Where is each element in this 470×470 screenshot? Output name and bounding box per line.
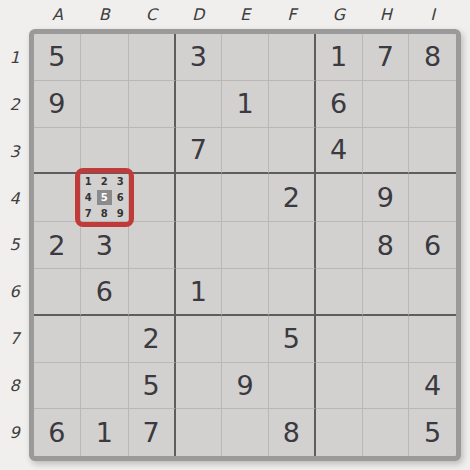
cell-D9[interactable]	[176, 409, 223, 456]
cell-C2[interactable]	[129, 81, 176, 128]
row-label-8: 8	[0, 362, 29, 409]
cell-E3[interactable]	[222, 128, 269, 175]
cell-B3[interactable]	[81, 128, 129, 175]
cell-H6[interactable]	[363, 269, 410, 316]
cell-H4[interactable]: 9	[363, 174, 410, 222]
cell-C7[interactable]: 2	[129, 316, 176, 363]
row-label-1: 1	[0, 34, 29, 81]
cell-B1[interactable]	[81, 34, 129, 81]
cell-F7[interactable]: 5	[269, 316, 316, 363]
row-labels: 123456789	[0, 34, 29, 456]
cell-F2[interactable]	[269, 81, 316, 128]
cell-F3[interactable]	[269, 128, 316, 175]
cell-D3[interactable]: 7	[176, 128, 223, 175]
cell-B7[interactable]	[81, 316, 129, 363]
sudoku-grid: 5317891674123456789292386612559461785	[34, 34, 456, 456]
cell-A6[interactable]	[34, 269, 81, 316]
cell-B6[interactable]: 6	[81, 269, 129, 316]
cell-E2[interactable]: 1	[222, 81, 269, 128]
candidate-digit-9[interactable]: 9	[113, 206, 128, 221]
cell-G9[interactable]	[316, 409, 363, 456]
cell-D8[interactable]	[176, 363, 223, 410]
cell-C1[interactable]	[129, 34, 176, 81]
row-label-4: 4	[0, 175, 29, 222]
candidate-grid: 123456789	[81, 174, 128, 221]
cell-B9[interactable]: 1	[81, 409, 129, 456]
cell-F5[interactable]	[269, 222, 316, 269]
col-label-G: G	[315, 0, 362, 29]
cell-C8[interactable]: 5	[129, 363, 176, 410]
cell-E4[interactable]	[222, 174, 269, 222]
cell-H7[interactable]	[363, 316, 410, 363]
row-label-2: 2	[0, 81, 29, 128]
cell-I5[interactable]: 6	[409, 222, 456, 269]
candidate-digit-1[interactable]: 1	[81, 174, 96, 189]
cell-G8[interactable]	[316, 363, 363, 410]
cell-I7[interactable]	[409, 316, 456, 363]
cell-A3[interactable]	[34, 128, 81, 175]
cell-B4[interactable]: 123456789	[81, 174, 129, 222]
cell-G2[interactable]: 6	[316, 81, 363, 128]
cell-I1[interactable]: 8	[409, 34, 456, 81]
cell-E7[interactable]	[222, 316, 269, 363]
cell-F4[interactable]: 2	[269, 174, 316, 222]
sudoku-app: ABCDEFGHI 123456789 53178916741234567892…	[0, 0, 470, 470]
cell-G3[interactable]: 4	[316, 128, 363, 175]
candidate-digit-8[interactable]: 8	[97, 206, 112, 221]
cell-F9[interactable]: 8	[269, 409, 316, 456]
cell-A5[interactable]: 2	[34, 222, 81, 269]
sudoku-board: 5317891674123456789292386612559461785	[29, 29, 461, 461]
candidate-digit-4[interactable]: 4	[81, 190, 96, 205]
cell-D2[interactable]	[176, 81, 223, 128]
cell-H8[interactable]	[363, 363, 410, 410]
candidate-digit-6[interactable]: 6	[113, 190, 128, 205]
cell-G4[interactable]	[316, 174, 363, 222]
col-label-F: F	[268, 0, 315, 29]
cell-C6[interactable]	[129, 269, 176, 316]
cell-E1[interactable]	[222, 34, 269, 81]
cell-C9[interactable]: 7	[129, 409, 176, 456]
cell-A2[interactable]: 9	[34, 81, 81, 128]
cell-E8[interactable]: 9	[222, 363, 269, 410]
candidate-digit-3[interactable]: 3	[113, 174, 128, 189]
cell-H3[interactable]	[363, 128, 410, 175]
candidate-digit-2[interactable]: 2	[97, 174, 112, 189]
cell-G1[interactable]: 1	[316, 34, 363, 81]
cell-E6[interactable]	[222, 269, 269, 316]
cell-F1[interactable]	[269, 34, 316, 81]
cell-C5[interactable]	[129, 222, 176, 269]
cell-I6[interactable]	[409, 269, 456, 316]
candidate-digit-7[interactable]: 7	[81, 206, 96, 221]
cell-D7[interactable]	[176, 316, 223, 363]
row-label-6: 6	[0, 268, 29, 315]
cell-A8[interactable]	[34, 363, 81, 410]
cell-A4[interactable]	[34, 174, 81, 222]
col-label-D: D	[175, 0, 222, 29]
col-label-H: H	[362, 0, 409, 29]
cell-H5[interactable]: 8	[363, 222, 410, 269]
cell-B8[interactable]	[81, 363, 129, 410]
cell-A1[interactable]: 5	[34, 34, 81, 81]
cell-I3[interactable]	[409, 128, 456, 175]
col-label-E: E	[222, 0, 269, 29]
cell-F6[interactable]	[269, 269, 316, 316]
col-label-B: B	[81, 0, 128, 29]
row-label-9: 9	[0, 409, 29, 456]
col-label-C: C	[128, 0, 175, 29]
cell-H9[interactable]	[363, 409, 410, 456]
cell-D5[interactable]	[176, 222, 223, 269]
candidate-digit-selected[interactable]: 5	[97, 190, 112, 205]
row-label-3: 3	[0, 128, 29, 175]
cell-G5[interactable]	[316, 222, 363, 269]
cell-C3[interactable]	[129, 128, 176, 175]
row-label-5: 5	[0, 222, 29, 269]
cell-E5[interactable]	[222, 222, 269, 269]
row-label-7: 7	[0, 315, 29, 362]
cell-A9[interactable]: 6	[34, 409, 81, 456]
cell-I2[interactable]	[409, 81, 456, 128]
cell-C4[interactable]	[129, 174, 176, 222]
cell-B5[interactable]: 3	[81, 222, 129, 269]
col-label-A: A	[34, 0, 81, 29]
cell-F8[interactable]	[269, 363, 316, 410]
cell-I8[interactable]: 4	[409, 363, 456, 410]
cell-D1[interactable]: 3	[176, 34, 223, 81]
cell-I4[interactable]	[409, 174, 456, 222]
cell-H1[interactable]: 7	[363, 34, 410, 81]
cell-G7[interactable]	[316, 316, 363, 363]
cell-H2[interactable]	[363, 81, 410, 128]
column-labels: ABCDEFGHI	[34, 0, 456, 29]
cell-E9[interactable]	[222, 409, 269, 456]
cell-A7[interactable]	[34, 316, 81, 363]
cell-G6[interactable]	[316, 269, 363, 316]
cell-B2[interactable]	[81, 81, 129, 128]
col-label-I: I	[409, 0, 456, 29]
cell-D4[interactable]	[176, 174, 223, 222]
cell-I9[interactable]: 5	[409, 409, 456, 456]
cell-D6[interactable]: 1	[176, 269, 223, 316]
